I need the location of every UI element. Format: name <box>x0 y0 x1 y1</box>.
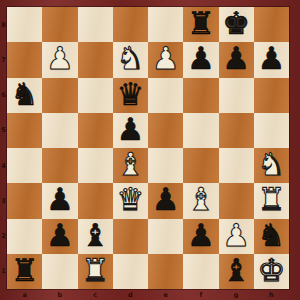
black-pawn-icon[interactable]: ♟ <box>222 43 250 74</box>
rank-label-4: 4 <box>0 148 7 183</box>
square-b5[interactable] <box>42 113 77 148</box>
white-rook-icon[interactable]: ♜ <box>257 184 285 215</box>
square-d2[interactable] <box>113 219 148 254</box>
square-c8[interactable] <box>78 7 113 42</box>
square-d6[interactable]: ♛ <box>113 78 148 113</box>
square-f6[interactable] <box>183 78 218 113</box>
square-h2[interactable]: ♞ <box>254 219 289 254</box>
black-pawn-icon[interactable]: ♟ <box>187 43 215 74</box>
square-g5[interactable] <box>219 113 254 148</box>
square-d7[interactable]: ♞ <box>113 42 148 77</box>
file-label-e: e <box>148 289 183 300</box>
square-e8[interactable] <box>148 7 183 42</box>
rank-label-6: 6 <box>0 78 7 113</box>
black-pawn-icon[interactable]: ♟ <box>257 43 285 74</box>
square-d3[interactable]: ♛ <box>113 183 148 218</box>
file-label-b: b <box>42 289 77 300</box>
square-e7[interactable]: ♟ <box>148 42 183 77</box>
square-c1[interactable]: ♜ <box>78 254 113 289</box>
white-bishop-icon[interactable]: ♝ <box>116 149 144 180</box>
square-h3[interactable]: ♜ <box>254 183 289 218</box>
square-d5[interactable]: ♟ <box>113 113 148 148</box>
square-h6[interactable] <box>254 78 289 113</box>
square-g7[interactable]: ♟ <box>219 42 254 77</box>
square-c4[interactable] <box>78 148 113 183</box>
square-b4[interactable] <box>42 148 77 183</box>
square-e6[interactable] <box>148 78 183 113</box>
square-e4[interactable] <box>148 148 183 183</box>
black-pawn-icon[interactable]: ♟ <box>116 114 144 145</box>
square-b2[interactable]: ♟ <box>42 219 77 254</box>
square-a3[interactable] <box>7 183 42 218</box>
rank-labels: 87654321 <box>0 7 7 289</box>
chess-diagram: ♜♚♟♞♟♟♟♟♞♛♟♝♞♟♛♟♝♜♟♝♟♟♞♜♜♝♚ 87654321 abc… <box>0 0 300 300</box>
square-a2[interactable] <box>7 219 42 254</box>
black-pawn-icon[interactable]: ♟ <box>152 184 180 215</box>
file-label-h: h <box>254 289 289 300</box>
white-rook-icon[interactable]: ♜ <box>81 255 109 286</box>
square-a6[interactable]: ♞ <box>7 78 42 113</box>
square-a1[interactable]: ♜ <box>7 254 42 289</box>
square-b6[interactable] <box>42 78 77 113</box>
square-a4[interactable] <box>7 148 42 183</box>
square-g4[interactable] <box>219 148 254 183</box>
square-b7[interactable]: ♟ <box>42 42 77 77</box>
square-h8[interactable] <box>254 7 289 42</box>
file-label-c: c <box>78 289 113 300</box>
file-label-f: f <box>183 289 218 300</box>
black-rook-icon[interactable]: ♜ <box>187 8 215 39</box>
square-c2[interactable]: ♝ <box>78 219 113 254</box>
square-f5[interactable] <box>183 113 218 148</box>
square-c7[interactable] <box>78 42 113 77</box>
square-e3[interactable]: ♟ <box>148 183 183 218</box>
square-g8[interactable]: ♚ <box>219 7 254 42</box>
file-label-d: d <box>113 289 148 300</box>
square-a8[interactable] <box>7 7 42 42</box>
rank-label-1: 1 <box>0 254 7 289</box>
square-f3[interactable]: ♝ <box>183 183 218 218</box>
square-f7[interactable]: ♟ <box>183 42 218 77</box>
black-pawn-icon[interactable]: ♟ <box>46 220 74 251</box>
square-b3[interactable]: ♟ <box>42 183 77 218</box>
white-knight-icon[interactable]: ♞ <box>257 149 285 180</box>
black-king-icon[interactable]: ♚ <box>222 8 250 39</box>
square-d8[interactable] <box>113 7 148 42</box>
rank-label-3: 3 <box>0 183 7 218</box>
square-g1[interactable]: ♝ <box>219 254 254 289</box>
square-c3[interactable] <box>78 183 113 218</box>
square-d1[interactable] <box>113 254 148 289</box>
square-b1[interactable] <box>42 254 77 289</box>
square-a7[interactable] <box>7 42 42 77</box>
white-pawn-icon[interactable]: ♟ <box>152 43 180 74</box>
square-f4[interactable] <box>183 148 218 183</box>
white-king-icon[interactable]: ♚ <box>257 255 285 286</box>
square-h4[interactable]: ♞ <box>254 148 289 183</box>
black-queen-icon[interactable]: ♛ <box>116 79 144 110</box>
square-b8[interactable] <box>42 7 77 42</box>
black-rook-icon[interactable]: ♜ <box>11 255 39 286</box>
square-e5[interactable] <box>148 113 183 148</box>
file-label-a: a <box>7 289 42 300</box>
white-queen-icon[interactable]: ♛ <box>116 184 144 215</box>
white-knight-icon[interactable]: ♞ <box>116 43 144 74</box>
chess-board: ♜♚♟♞♟♟♟♟♞♛♟♝♞♟♛♟♝♜♟♝♟♟♞♜♜♝♚ <box>7 7 289 289</box>
square-g6[interactable] <box>219 78 254 113</box>
file-labels: abcdefgh <box>7 289 289 300</box>
square-f8[interactable]: ♜ <box>183 7 218 42</box>
rank-label-7: 7 <box>0 42 7 77</box>
square-h7[interactable]: ♟ <box>254 42 289 77</box>
white-pawn-icon[interactable]: ♟ <box>46 43 74 74</box>
square-c5[interactable] <box>78 113 113 148</box>
square-f1[interactable] <box>183 254 218 289</box>
square-c6[interactable] <box>78 78 113 113</box>
square-d4[interactable]: ♝ <box>113 148 148 183</box>
black-bishop-icon[interactable]: ♝ <box>81 220 109 251</box>
black-pawn-icon[interactable]: ♟ <box>46 184 74 215</box>
square-h1[interactable]: ♚ <box>254 254 289 289</box>
square-e1[interactable] <box>148 254 183 289</box>
file-label-g: g <box>219 289 254 300</box>
rank-label-8: 8 <box>0 7 7 42</box>
black-bishop-icon[interactable]: ♝ <box>222 255 250 286</box>
square-a5[interactable] <box>7 113 42 148</box>
rank-label-5: 5 <box>0 113 7 148</box>
black-knight-icon[interactable]: ♞ <box>257 220 285 251</box>
black-knight-icon[interactable]: ♞ <box>11 79 39 110</box>
square-f2[interactable]: ♟ <box>183 219 218 254</box>
white-bishop-icon[interactable]: ♝ <box>187 184 215 215</box>
white-pawn-icon[interactable]: ♟ <box>222 220 250 251</box>
square-g2[interactable]: ♟ <box>219 219 254 254</box>
black-pawn-icon[interactable]: ♟ <box>187 220 215 251</box>
square-h5[interactable] <box>254 113 289 148</box>
rank-label-2: 2 <box>0 219 7 254</box>
square-g3[interactable] <box>219 183 254 218</box>
square-e2[interactable] <box>148 219 183 254</box>
